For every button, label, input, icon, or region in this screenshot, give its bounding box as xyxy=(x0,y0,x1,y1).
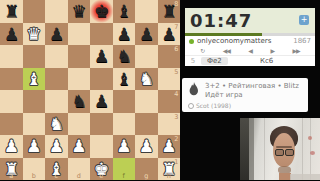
playback-controls: ↻◀◀◀▶▶▶ xyxy=(185,46,315,55)
square-h1[interactable]: ♜h1 xyxy=(158,158,181,181)
piece-black-bishop[interactable]: ♝ xyxy=(113,0,136,23)
piece-black-pawn[interactable]: ♟ xyxy=(90,90,113,113)
square-e2[interactable] xyxy=(90,135,113,158)
square-a3[interactable] xyxy=(0,113,23,136)
square-h7[interactable]: ♟7 xyxy=(158,23,181,46)
square-b8[interactable] xyxy=(23,0,46,23)
square-c1[interactable]: ♝c xyxy=(45,158,68,181)
piece-white-pawn[interactable]: ♟ xyxy=(158,135,181,158)
square-h3[interactable]: 3 xyxy=(158,113,181,136)
piece-white-bishop[interactable]: ♝ xyxy=(45,158,68,181)
flip-board-button[interactable]: ↻ xyxy=(200,46,204,55)
square-g6[interactable] xyxy=(135,45,158,68)
piece-black-pawn[interactable]: ♟ xyxy=(113,23,136,46)
square-e4[interactable]: ♟ xyxy=(90,90,113,113)
piece-black-pawn[interactable]: ♟ xyxy=(0,23,23,46)
coordinate-rank-6: 6 xyxy=(174,46,178,53)
webcam-background-door xyxy=(240,118,249,180)
player-panel: onlyeconomymatters 1867 ↻◀◀◀▶▶▶ 5 Фe2 Кc… xyxy=(185,36,315,66)
square-g3[interactable] xyxy=(135,113,158,136)
square-a7[interactable]: ♟ xyxy=(0,23,23,46)
piece-white-pawn[interactable]: ♟ xyxy=(23,135,46,158)
piece-black-rook[interactable]: ♜ xyxy=(158,0,181,23)
square-b6[interactable] xyxy=(23,45,46,68)
piece-black-queen[interactable]: ♛ xyxy=(68,0,91,23)
square-g7[interactable]: ♟ xyxy=(135,23,158,46)
square-f4[interactable] xyxy=(113,90,136,113)
clock-panel: 01:47 + xyxy=(185,8,315,33)
square-d2[interactable]: ♟ xyxy=(68,135,91,158)
player-row: onlyeconomymatters 1867 xyxy=(185,36,315,46)
piece-white-pawn[interactable]: ♟ xyxy=(0,135,23,158)
blitz-flame-icon xyxy=(188,82,200,98)
square-a5[interactable] xyxy=(0,68,23,91)
piece-white-pawn[interactable]: ♟ xyxy=(45,135,68,158)
piece-white-queen[interactable]: ♛ xyxy=(23,23,46,46)
add-time-button[interactable]: + xyxy=(299,15,309,25)
square-a1[interactable]: ♜a xyxy=(0,158,23,181)
square-d5[interactable] xyxy=(68,68,91,91)
square-e1[interactable]: ♚e xyxy=(90,158,113,181)
game-status: Идёт игра xyxy=(205,91,299,100)
square-d8[interactable]: ♛ xyxy=(68,0,91,23)
square-b7[interactable]: ♛ xyxy=(23,23,46,46)
piece-black-pawn[interactable]: ♟ xyxy=(158,23,181,46)
clock-time: 01:47 xyxy=(190,10,252,31)
coordinate-file-g: g xyxy=(144,173,148,180)
white-side-icon xyxy=(188,103,194,109)
chess-board: ♜♛♚♝♜8♟♛♟♟♟♟7♟♞6♝♝♞5♞♟4♞3♟♟♟♟♟♟♟2♜ab♝cd♚… xyxy=(0,0,180,180)
white-move-cell[interactable]: Фe2 xyxy=(201,57,257,65)
piece-black-pawn[interactable]: ♟ xyxy=(135,23,158,46)
player-name[interactable]: onlyeconomymatters xyxy=(197,37,293,45)
square-f8[interactable]: ♝ xyxy=(113,0,136,23)
piece-black-rook[interactable]: ♜ xyxy=(0,0,23,23)
black-move-cell[interactable]: Кc6 xyxy=(257,57,273,65)
square-h8[interactable]: ♜8 xyxy=(158,0,181,23)
square-b2[interactable]: ♟ xyxy=(23,135,46,158)
square-b5[interactable]: ♝ xyxy=(23,68,46,91)
piece-black-pawn[interactable]: ♟ xyxy=(45,23,68,46)
game-info-lines: 3+2 • Рейтинговая • Blitz Идёт игра xyxy=(205,82,299,100)
streamer-eyebrows xyxy=(276,146,292,148)
square-f7[interactable]: ♟ xyxy=(113,23,136,46)
square-a4[interactable] xyxy=(0,90,23,113)
piece-black-knight[interactable]: ♞ xyxy=(113,45,136,68)
piece-white-bishop[interactable]: ♝ xyxy=(23,68,46,91)
square-h2[interactable]: ♟2 xyxy=(158,135,181,158)
square-f5[interactable]: ♝ xyxy=(113,68,136,91)
square-c2[interactable]: ♟ xyxy=(45,135,68,158)
square-h4[interactable]: 4 xyxy=(158,90,181,113)
square-d1[interactable]: d xyxy=(68,158,91,181)
square-c8[interactable] xyxy=(45,0,68,23)
piece-white-rook[interactable]: ♜ xyxy=(158,158,181,181)
webcam-background-doorframe xyxy=(249,118,254,180)
square-b4[interactable] xyxy=(23,90,46,113)
square-b1[interactable]: b xyxy=(23,158,46,181)
move-list-row: 5 Фe2 Кc6 xyxy=(185,55,315,66)
white-move[interactable]: Фe2 xyxy=(201,57,228,65)
coordinate-file-b: b xyxy=(32,173,36,180)
square-f2[interactable]: ♟ xyxy=(113,135,136,158)
piece-white-rook[interactable]: ♜ xyxy=(0,158,23,181)
streamer-shoulder xyxy=(290,174,320,180)
background-spot xyxy=(310,151,315,155)
square-c3[interactable]: ♞ xyxy=(45,113,68,136)
white-player-line: Scot (1998) xyxy=(188,102,302,109)
coordinate-rank-5: 5 xyxy=(174,69,178,76)
glasses-left-lens-icon xyxy=(275,149,284,156)
piece-black-knight[interactable]: ♞ xyxy=(68,90,91,113)
square-f1[interactable]: f xyxy=(113,158,136,181)
square-f6[interactable]: ♞ xyxy=(113,45,136,68)
square-h5[interactable]: 5 xyxy=(158,68,181,91)
white-player-name[interactable]: Scot (1998) xyxy=(196,102,231,109)
square-d3[interactable] xyxy=(68,113,91,136)
go-last-button[interactable]: ▶▶ xyxy=(292,46,299,55)
coordinate-file-f: f xyxy=(123,173,125,180)
square-e5[interactable] xyxy=(90,68,113,91)
game-info-main: 3+2 • Рейтинговая • Blitz Идёт игра xyxy=(188,82,302,100)
square-d6[interactable] xyxy=(68,45,91,68)
square-h6[interactable]: 6 xyxy=(158,45,181,68)
square-d7[interactable] xyxy=(68,23,91,46)
piece-white-pawn[interactable]: ♟ xyxy=(68,135,91,158)
square-a6[interactable] xyxy=(0,45,23,68)
square-c4[interactable] xyxy=(45,90,68,113)
coordinate-rank-4: 4 xyxy=(174,91,178,98)
square-d4[interactable]: ♞ xyxy=(68,90,91,113)
square-b3[interactable] xyxy=(23,113,46,136)
game-info-panel: 3+2 • Рейтинговая • Blitz Идёт игра Scot… xyxy=(182,78,308,112)
curtain-fold xyxy=(310,118,311,180)
online-indicator-icon xyxy=(189,39,194,44)
square-c6[interactable] xyxy=(45,45,68,68)
square-e3[interactable] xyxy=(90,113,113,136)
piece-white-knight[interactable]: ♞ xyxy=(45,113,68,136)
square-a8[interactable]: ♜ xyxy=(0,0,23,23)
curtain-fold xyxy=(302,118,303,180)
square-c7[interactable]: ♟ xyxy=(45,23,68,46)
player-rating: 1867 xyxy=(293,37,311,45)
piece-black-pawn[interactable]: ♟ xyxy=(90,45,113,68)
piece-white-king[interactable]: ♚ xyxy=(90,158,113,181)
coordinate-file-d: d xyxy=(77,173,81,180)
move-number: 5 xyxy=(185,57,201,65)
glasses-right-lens-icon xyxy=(285,149,294,156)
square-a2[interactable]: ♟ xyxy=(0,135,23,158)
piece-white-knight[interactable]: ♞ xyxy=(135,68,158,91)
square-g4[interactable] xyxy=(135,90,158,113)
square-e7[interactable] xyxy=(90,23,113,46)
square-f3[interactable] xyxy=(113,113,136,136)
go-next-button[interactable]: ▶ xyxy=(270,46,274,55)
game-format: 3+2 • Рейтинговая • Blitz xyxy=(205,82,299,91)
background-spot xyxy=(308,136,312,140)
curtain-fold xyxy=(264,118,265,180)
square-g5[interactable]: ♞ xyxy=(135,68,158,91)
stream-overlay: ♜♛♚♝♜8♟♛♟♟♟♟7♟♞6♝♝♞5♞♟4♞3♟♟♟♟♟♟♟2♜ab♝cd♚… xyxy=(0,0,320,180)
square-g8[interactable] xyxy=(135,0,158,23)
square-c5[interactable] xyxy=(45,68,68,91)
coordinate-rank-3: 3 xyxy=(174,114,178,121)
square-g1[interactable]: g xyxy=(135,158,158,181)
go-previous-button[interactable]: ◀ xyxy=(248,46,252,55)
go-first-button[interactable]: ◀◀ xyxy=(223,46,230,55)
piece-white-pawn[interactable]: ♟ xyxy=(135,135,158,158)
webcam-feed xyxy=(240,118,320,180)
piece-white-pawn[interactable]: ♟ xyxy=(113,135,136,158)
square-g2[interactable]: ♟ xyxy=(135,135,158,158)
piece-black-bishop[interactable]: ♝ xyxy=(113,68,136,91)
square-e8[interactable]: ♚ xyxy=(90,0,113,23)
piece-black-king[interactable]: ♚ xyxy=(90,0,113,23)
square-e6[interactable]: ♟ xyxy=(90,45,113,68)
